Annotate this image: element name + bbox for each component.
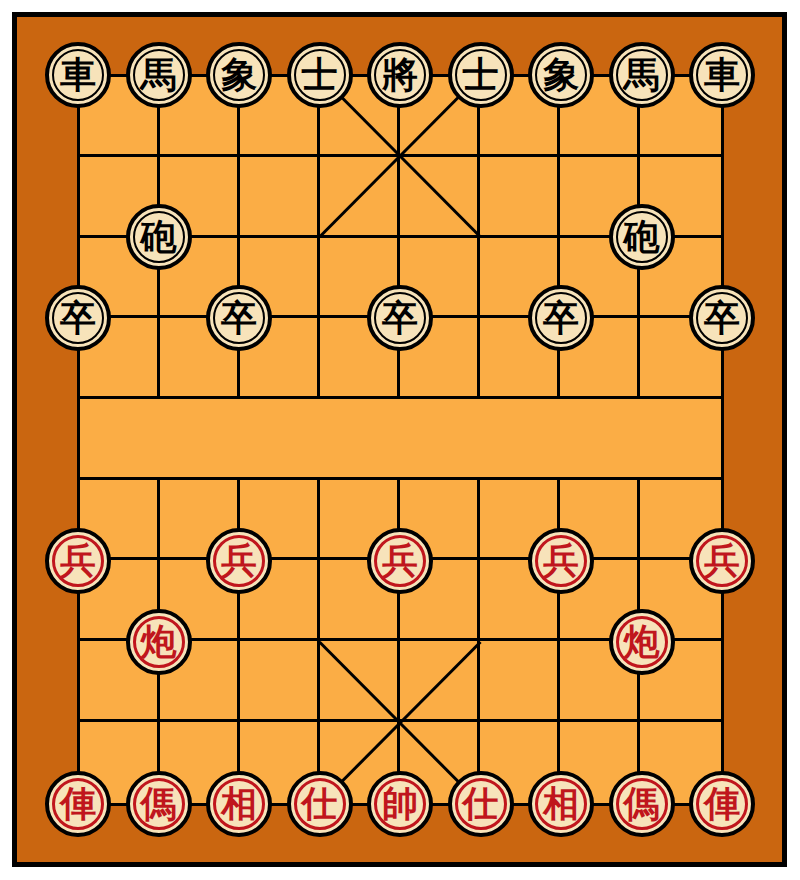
piece-glyph: 相 (535, 778, 587, 830)
piece-red-advisor[interactable]: 仕 (448, 771, 514, 837)
piece-glyph: 象 (535, 49, 587, 101)
piece-red-soldier[interactable]: 兵 (689, 528, 755, 594)
piece-glyph: 兵 (535, 535, 587, 587)
piece-red-soldier[interactable]: 兵 (206, 528, 272, 594)
piece-red-elephant[interactable]: 相 (528, 771, 594, 837)
piece-black-chariot[interactable]: 車 (689, 42, 755, 108)
piece-red-horse[interactable]: 傌 (609, 771, 675, 837)
piece-red-soldier[interactable]: 兵 (528, 528, 594, 594)
piece-black-cannon[interactable]: 砲 (609, 204, 675, 270)
piece-black-soldier[interactable]: 卒 (206, 285, 272, 351)
piece-glyph: 傌 (616, 778, 668, 830)
piece-glyph: 仕 (455, 778, 507, 830)
piece-glyph: 俥 (696, 778, 748, 830)
piece-black-advisor[interactable]: 士 (287, 42, 353, 108)
piece-glyph: 車 (696, 49, 748, 101)
piece-glyph: 士 (455, 49, 507, 101)
piece-glyph: 卒 (535, 292, 587, 344)
piece-glyph: 卒 (213, 292, 265, 344)
piece-glyph: 馬 (616, 49, 668, 101)
piece-glyph: 車 (52, 49, 104, 101)
piece-black-elephant[interactable]: 象 (528, 42, 594, 108)
piece-glyph: 兵 (374, 535, 426, 587)
piece-glyph: 俥 (52, 778, 104, 830)
piece-red-soldier[interactable]: 兵 (367, 528, 433, 594)
piece-red-chariot[interactable]: 俥 (689, 771, 755, 837)
piece-black-soldier[interactable]: 卒 (689, 285, 755, 351)
piece-glyph: 將 (374, 49, 426, 101)
piece-black-soldier[interactable]: 卒 (367, 285, 433, 351)
piece-red-soldier[interactable]: 兵 (45, 528, 111, 594)
piece-red-cannon[interactable]: 炮 (126, 609, 192, 675)
piece-red-elephant[interactable]: 相 (206, 771, 272, 837)
piece-black-advisor[interactable]: 士 (448, 42, 514, 108)
piece-black-soldier[interactable]: 卒 (528, 285, 594, 351)
pieces-layer: 車馬象士將士象馬車砲砲卒卒卒卒卒兵兵兵兵兵炮炮俥傌相仕帥仕相傌俥 (0, 0, 800, 880)
piece-glyph: 仕 (294, 778, 346, 830)
piece-red-chariot[interactable]: 俥 (45, 771, 111, 837)
piece-glyph: 炮 (133, 616, 185, 668)
piece-glyph: 卒 (374, 292, 426, 344)
piece-black-elephant[interactable]: 象 (206, 42, 272, 108)
piece-black-horse[interactable]: 馬 (609, 42, 675, 108)
piece-glyph: 士 (294, 49, 346, 101)
piece-glyph: 馬 (133, 49, 185, 101)
piece-glyph: 帥 (374, 778, 426, 830)
piece-black-horse[interactable]: 馬 (126, 42, 192, 108)
piece-red-horse[interactable]: 傌 (126, 771, 192, 837)
piece-glyph: 象 (213, 49, 265, 101)
piece-glyph: 兵 (52, 535, 104, 587)
piece-red-cannon[interactable]: 炮 (609, 609, 675, 675)
piece-glyph: 傌 (133, 778, 185, 830)
piece-glyph: 相 (213, 778, 265, 830)
piece-glyph: 卒 (696, 292, 748, 344)
piece-black-cannon[interactable]: 砲 (126, 204, 192, 270)
piece-black-chariot[interactable]: 車 (45, 42, 111, 108)
piece-glyph: 炮 (616, 616, 668, 668)
piece-black-general[interactable]: 將 (367, 42, 433, 108)
piece-glyph: 兵 (696, 535, 748, 587)
piece-black-soldier[interactable]: 卒 (45, 285, 111, 351)
piece-glyph: 砲 (133, 211, 185, 263)
piece-red-general[interactable]: 帥 (367, 771, 433, 837)
piece-glyph: 砲 (616, 211, 668, 263)
piece-glyph: 卒 (52, 292, 104, 344)
piece-glyph: 兵 (213, 535, 265, 587)
piece-red-advisor[interactable]: 仕 (287, 771, 353, 837)
